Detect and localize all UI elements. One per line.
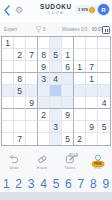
cell-r9c3[interactable] — [26, 133, 38, 145]
score-indicator: 0 — [35, 25, 46, 33]
cell-r4c3[interactable] — [26, 73, 38, 85]
cell-r3c5[interactable] — [50, 61, 62, 73]
bottom-bar — [0, 192, 112, 200]
cell-r8c4[interactable] — [38, 121, 50, 133]
cell-r5c4[interactable] — [38, 85, 50, 97]
cell-r1c6[interactable] — [62, 37, 74, 49]
cell-r4c5[interactable]: 4 — [50, 73, 62, 85]
mistakes-label: Mistakes 0/3 — [62, 27, 87, 32]
cell-r5c2[interactable]: 5 — [14, 85, 26, 97]
notes-off-badge: OFF — [69, 153, 78, 157]
notes-label: Notes — [65, 165, 75, 170]
cell-r4c8[interactable]: 1 — [86, 73, 98, 85]
trophy-icon — [35, 25, 42, 33]
cell-r2c4[interactable]: 8 — [38, 49, 50, 61]
cell-r3c7[interactable]: 1 — [74, 61, 86, 73]
cell-r8c2[interactable] — [14, 121, 26, 133]
cell-r1c5[interactable] — [50, 37, 62, 49]
cell-r7c1[interactable] — [2, 109, 14, 121]
numpad-4[interactable]: 4 — [37, 176, 49, 192]
cell-r6c4[interactable] — [38, 97, 50, 109]
cell-r5c5[interactable] — [50, 85, 62, 97]
cell-r7c3[interactable] — [26, 109, 38, 121]
cell-r9c8[interactable] — [86, 133, 98, 145]
sudoku-board[interactable]: 1278519617834159429395752 — [1, 36, 111, 146]
hint-button[interactable]: FREE Hint — [84, 152, 112, 174]
cell-r2c5[interactable]: 5 — [50, 49, 62, 61]
cell-r9c2[interactable]: 7 — [14, 133, 26, 145]
cell-r6c9[interactable]: 4 — [98, 97, 110, 109]
cell-r9c9[interactable] — [98, 133, 110, 145]
cell-r6c1[interactable] — [2, 97, 14, 109]
cell-r2c3[interactable]: 7 — [26, 49, 38, 61]
hint-free-badge: FREE — [91, 161, 104, 167]
cell-r3c6[interactable]: 6 — [62, 61, 74, 73]
number-pad: 123456789 — [0, 176, 112, 192]
cell-r4c4[interactable]: 3 — [38, 73, 50, 85]
pause-button[interactable] — [102, 26, 110, 34]
cell-r9c7[interactable]: 2 — [74, 133, 86, 145]
top-bar: ⚙ SUDOKU CLUB 1 970 R — [0, 0, 112, 23]
difficulty-label: Expert — [4, 27, 17, 32]
cell-r3c3[interactable] — [26, 61, 38, 73]
cell-r8c8[interactable]: 9 — [86, 121, 98, 133]
cell-r2c1[interactable] — [2, 49, 14, 61]
cell-r7c7[interactable] — [74, 109, 86, 121]
cell-r5c7[interactable] — [74, 85, 86, 97]
cell-r6c6[interactable] — [62, 97, 74, 109]
cell-r8c1[interactable] — [2, 121, 14, 133]
cell-r7c6[interactable]: 9 — [62, 109, 74, 121]
cell-r1c1[interactable]: 1 — [2, 37, 14, 49]
cell-r5c6[interactable] — [62, 85, 74, 97]
cell-r7c5[interactable] — [50, 109, 62, 121]
cell-r6c7[interactable] — [74, 97, 86, 109]
cell-r8c3[interactable] — [26, 121, 38, 133]
coin-icon — [89, 7, 95, 13]
cell-r9c4[interactable] — [38, 133, 50, 145]
cell-r2c6[interactable]: 1 — [62, 49, 74, 61]
cell-r2c7[interactable] — [74, 49, 86, 61]
cell-r6c3[interactable]: 9 — [26, 97, 38, 109]
numpad-9[interactable]: 9 — [100, 176, 112, 192]
erase-label: Erase — [37, 165, 47, 170]
cell-r7c8[interactable] — [86, 109, 98, 121]
cell-r6c8[interactable] — [86, 97, 98, 109]
cell-r1c3[interactable] — [26, 37, 38, 49]
cell-r2c8[interactable] — [86, 49, 98, 61]
cell-r8c7[interactable] — [74, 121, 86, 133]
status-bar: Expert 0 Mistakes 0/3 00:07 — [0, 24, 112, 35]
cell-r1c9[interactable] — [98, 37, 110, 49]
cell-r4c9[interactable] — [98, 73, 110, 85]
cell-r4c2[interactable]: 8 — [14, 73, 26, 85]
cell-r5c3[interactable] — [26, 85, 38, 97]
undo-label: Undo — [9, 165, 19, 170]
avatar[interactable]: R — [97, 3, 110, 16]
cell-r8c9[interactable]: 5 — [98, 121, 110, 133]
cell-r4c6[interactable] — [62, 73, 74, 85]
numpad-2[interactable]: 2 — [12, 176, 24, 192]
eraser-icon — [37, 154, 47, 164]
cell-r3c4[interactable]: 9 — [38, 61, 50, 73]
cell-r5c8[interactable] — [86, 85, 98, 97]
cell-r3c1[interactable] — [2, 61, 14, 73]
cell-r6c2[interactable] — [14, 97, 26, 109]
cell-r8c6[interactable] — [62, 121, 74, 133]
cell-r1c7[interactable] — [74, 37, 86, 49]
cell-r4c1[interactable] — [2, 73, 14, 85]
notes-button[interactable]: OFF Notes — [56, 152, 84, 174]
cell-r5c1[interactable] — [2, 85, 14, 97]
numpad-6[interactable]: 6 — [62, 176, 74, 192]
undo-button[interactable]: Undo — [0, 152, 28, 174]
numpad-7[interactable]: 7 — [75, 176, 87, 192]
cell-r7c4[interactable]: 2 — [38, 109, 50, 121]
cell-r7c9[interactable] — [98, 109, 110, 121]
cell-r5c9[interactable] — [98, 85, 110, 97]
cell-r9c1[interactable] — [2, 133, 14, 145]
coin-amount: 1 970 — [78, 7, 88, 12]
cell-r4c7[interactable] — [74, 73, 86, 85]
cell-r6c5[interactable] — [50, 97, 62, 109]
coin-counter[interactable]: 1 970 — [75, 5, 97, 14]
erase-button[interactable]: Erase — [28, 152, 56, 174]
cell-r2c9[interactable] — [98, 49, 110, 61]
cell-r1c2[interactable] — [14, 37, 26, 49]
numpad-5[interactable]: 5 — [50, 176, 62, 192]
cell-r1c4[interactable] — [38, 37, 50, 49]
cell-r2c2[interactable]: 2 — [14, 49, 26, 61]
cell-r3c8[interactable]: 7 — [86, 61, 98, 73]
cell-r3c2[interactable] — [14, 61, 26, 73]
score-value: 0 — [43, 27, 46, 32]
numpad-1[interactable]: 1 — [0, 176, 12, 192]
cell-r9c6[interactable]: 5 — [62, 133, 74, 145]
toolbar: Undo Erase OFF Notes FREE Hint — [0, 152, 112, 174]
numpad-3[interactable]: 3 — [25, 176, 37, 192]
cell-r3c9[interactable] — [98, 61, 110, 73]
undo-icon — [9, 154, 19, 164]
cell-r8c5[interactable]: 3 — [50, 121, 62, 133]
cell-r7c2[interactable] — [14, 109, 26, 121]
numpad-8[interactable]: 8 — [87, 176, 99, 192]
cell-r1c8[interactable] — [86, 37, 98, 49]
cell-r9c5[interactable] — [50, 133, 62, 145]
